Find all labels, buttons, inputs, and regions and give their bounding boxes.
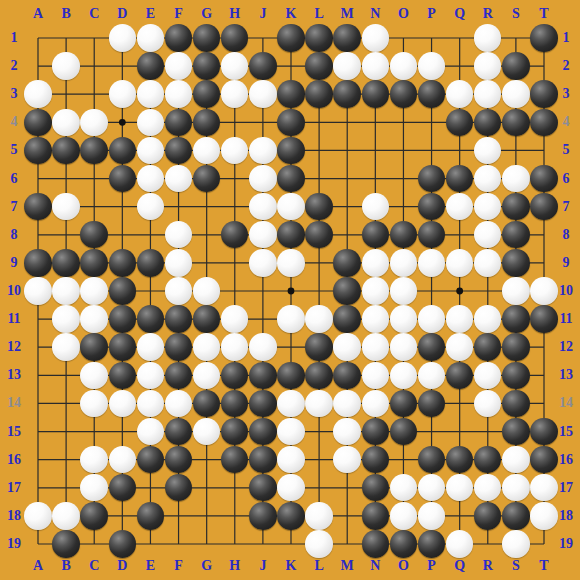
- point-K17[interactable]: [277, 474, 305, 502]
- point-R19[interactable]: [474, 530, 502, 558]
- point-B11[interactable]: [52, 305, 80, 333]
- point-O6[interactable]: [389, 164, 417, 192]
- point-A7[interactable]: [24, 193, 52, 221]
- point-N10[interactable]: [361, 277, 389, 305]
- point-N3[interactable]: [361, 80, 389, 108]
- point-L19[interactable]: [305, 530, 333, 558]
- point-C19[interactable]: [80, 530, 108, 558]
- point-G19[interactable]: [193, 530, 221, 558]
- point-H4[interactable]: [221, 108, 249, 136]
- point-G9[interactable]: [193, 249, 221, 277]
- point-O13[interactable]: [389, 361, 417, 389]
- point-Q14[interactable]: [446, 389, 474, 417]
- point-S10[interactable]: [502, 277, 530, 305]
- point-D11[interactable]: [108, 305, 136, 333]
- point-K6[interactable]: [277, 164, 305, 192]
- point-E18[interactable]: [136, 502, 164, 530]
- point-B17[interactable]: [52, 474, 80, 502]
- point-B9[interactable]: [52, 249, 80, 277]
- point-C17[interactable]: [80, 474, 108, 502]
- point-E4[interactable]: [136, 108, 164, 136]
- point-F5[interactable]: [164, 136, 192, 164]
- point-E14[interactable]: [136, 389, 164, 417]
- point-G1[interactable]: [193, 24, 221, 52]
- point-S12[interactable]: [502, 333, 530, 361]
- point-T1[interactable]: [530, 24, 558, 52]
- point-G18[interactable]: [193, 502, 221, 530]
- point-L1[interactable]: [305, 24, 333, 52]
- point-D2[interactable]: [108, 52, 136, 80]
- point-L3[interactable]: [305, 80, 333, 108]
- point-C16[interactable]: [80, 446, 108, 474]
- point-K19[interactable]: [277, 530, 305, 558]
- point-Q2[interactable]: [446, 52, 474, 80]
- point-M2[interactable]: [333, 52, 361, 80]
- point-L7[interactable]: [305, 193, 333, 221]
- point-T11[interactable]: [530, 305, 558, 333]
- point-P1[interactable]: [417, 24, 445, 52]
- point-T8[interactable]: [530, 221, 558, 249]
- point-R11[interactable]: [474, 305, 502, 333]
- point-C10[interactable]: [80, 277, 108, 305]
- point-K5[interactable]: [277, 136, 305, 164]
- point-K8[interactable]: [277, 221, 305, 249]
- point-D1[interactable]: [108, 24, 136, 52]
- point-N13[interactable]: [361, 361, 389, 389]
- point-P6[interactable]: [417, 164, 445, 192]
- point-P10[interactable]: [417, 277, 445, 305]
- point-T10[interactable]: [530, 277, 558, 305]
- point-Q1[interactable]: [446, 24, 474, 52]
- point-K3[interactable]: [277, 80, 305, 108]
- point-F3[interactable]: [164, 80, 192, 108]
- point-H6[interactable]: [221, 164, 249, 192]
- point-C5[interactable]: [80, 136, 108, 164]
- point-E15[interactable]: [136, 417, 164, 445]
- point-H11[interactable]: [221, 305, 249, 333]
- point-H3[interactable]: [221, 80, 249, 108]
- point-J2[interactable]: [249, 52, 277, 80]
- point-J6[interactable]: [249, 164, 277, 192]
- point-Q3[interactable]: [446, 80, 474, 108]
- point-D4[interactable]: [108, 108, 136, 136]
- point-Q8[interactable]: [446, 221, 474, 249]
- point-R12[interactable]: [474, 333, 502, 361]
- point-G2[interactable]: [193, 52, 221, 80]
- point-M12[interactable]: [333, 333, 361, 361]
- point-G16[interactable]: [193, 446, 221, 474]
- point-J12[interactable]: [249, 333, 277, 361]
- point-R18[interactable]: [474, 502, 502, 530]
- point-G5[interactable]: [193, 136, 221, 164]
- point-G7[interactable]: [193, 193, 221, 221]
- point-F9[interactable]: [164, 249, 192, 277]
- point-P17[interactable]: [417, 474, 445, 502]
- point-B19[interactable]: [52, 530, 80, 558]
- point-K15[interactable]: [277, 417, 305, 445]
- point-A16[interactable]: [24, 446, 52, 474]
- point-G17[interactable]: [193, 474, 221, 502]
- point-J18[interactable]: [249, 502, 277, 530]
- point-R10[interactable]: [474, 277, 502, 305]
- point-Q10[interactable]: [446, 277, 474, 305]
- point-E1[interactable]: [136, 24, 164, 52]
- point-A1[interactable]: [24, 24, 52, 52]
- point-C3[interactable]: [80, 80, 108, 108]
- point-T13[interactable]: [530, 361, 558, 389]
- point-N6[interactable]: [361, 164, 389, 192]
- point-Q6[interactable]: [446, 164, 474, 192]
- point-G3[interactable]: [193, 80, 221, 108]
- point-L2[interactable]: [305, 52, 333, 80]
- point-S9[interactable]: [502, 249, 530, 277]
- point-L6[interactable]: [305, 164, 333, 192]
- point-K13[interactable]: [277, 361, 305, 389]
- point-E10[interactable]: [136, 277, 164, 305]
- point-D17[interactable]: [108, 474, 136, 502]
- point-O12[interactable]: [389, 333, 417, 361]
- point-B2[interactable]: [52, 52, 80, 80]
- point-O14[interactable]: [389, 389, 417, 417]
- point-G8[interactable]: [193, 221, 221, 249]
- point-K1[interactable]: [277, 24, 305, 52]
- point-D5[interactable]: [108, 136, 136, 164]
- point-A4[interactable]: [24, 108, 52, 136]
- point-A3[interactable]: [24, 80, 52, 108]
- point-M10[interactable]: [333, 277, 361, 305]
- point-P16[interactable]: [417, 446, 445, 474]
- point-C11[interactable]: [80, 305, 108, 333]
- point-H7[interactable]: [221, 193, 249, 221]
- point-J4[interactable]: [249, 108, 277, 136]
- point-D10[interactable]: [108, 277, 136, 305]
- point-L9[interactable]: [305, 249, 333, 277]
- point-S13[interactable]: [502, 361, 530, 389]
- point-P8[interactable]: [417, 221, 445, 249]
- point-M1[interactable]: [333, 24, 361, 52]
- point-D3[interactable]: [108, 80, 136, 108]
- point-G14[interactable]: [193, 389, 221, 417]
- point-H18[interactable]: [221, 502, 249, 530]
- point-E2[interactable]: [136, 52, 164, 80]
- point-Q18[interactable]: [446, 502, 474, 530]
- point-G15[interactable]: [193, 417, 221, 445]
- point-F15[interactable]: [164, 417, 192, 445]
- point-M8[interactable]: [333, 221, 361, 249]
- point-A6[interactable]: [24, 164, 52, 192]
- point-S16[interactable]: [502, 446, 530, 474]
- point-E19[interactable]: [136, 530, 164, 558]
- point-P13[interactable]: [417, 361, 445, 389]
- point-L16[interactable]: [305, 446, 333, 474]
- point-C6[interactable]: [80, 164, 108, 192]
- point-E6[interactable]: [136, 164, 164, 192]
- point-H17[interactable]: [221, 474, 249, 502]
- point-J3[interactable]: [249, 80, 277, 108]
- point-F11[interactable]: [164, 305, 192, 333]
- point-Q9[interactable]: [446, 249, 474, 277]
- point-C18[interactable]: [80, 502, 108, 530]
- point-T4[interactable]: [530, 108, 558, 136]
- point-B3[interactable]: [52, 80, 80, 108]
- point-D8[interactable]: [108, 221, 136, 249]
- point-S3[interactable]: [502, 80, 530, 108]
- point-G4[interactable]: [193, 108, 221, 136]
- point-P18[interactable]: [417, 502, 445, 530]
- point-B14[interactable]: [52, 389, 80, 417]
- point-J11[interactable]: [249, 305, 277, 333]
- point-A8[interactable]: [24, 221, 52, 249]
- point-F7[interactable]: [164, 193, 192, 221]
- point-N2[interactable]: [361, 52, 389, 80]
- point-P15[interactable]: [417, 417, 445, 445]
- point-B13[interactable]: [52, 361, 80, 389]
- point-S17[interactable]: [502, 474, 530, 502]
- point-K7[interactable]: [277, 193, 305, 221]
- point-D19[interactable]: [108, 530, 136, 558]
- point-T19[interactable]: [530, 530, 558, 558]
- point-A5[interactable]: [24, 136, 52, 164]
- point-Q13[interactable]: [446, 361, 474, 389]
- point-A2[interactable]: [24, 52, 52, 80]
- point-P4[interactable]: [417, 108, 445, 136]
- point-H1[interactable]: [221, 24, 249, 52]
- point-K9[interactable]: [277, 249, 305, 277]
- point-K16[interactable]: [277, 446, 305, 474]
- point-N19[interactable]: [361, 530, 389, 558]
- point-E17[interactable]: [136, 474, 164, 502]
- point-G11[interactable]: [193, 305, 221, 333]
- point-F16[interactable]: [164, 446, 192, 474]
- point-T9[interactable]: [530, 249, 558, 277]
- point-H15[interactable]: [221, 417, 249, 445]
- point-N18[interactable]: [361, 502, 389, 530]
- point-T2[interactable]: [530, 52, 558, 80]
- point-C7[interactable]: [80, 193, 108, 221]
- point-P3[interactable]: [417, 80, 445, 108]
- point-O18[interactable]: [389, 502, 417, 530]
- point-L17[interactable]: [305, 474, 333, 502]
- point-D13[interactable]: [108, 361, 136, 389]
- point-T12[interactable]: [530, 333, 558, 361]
- point-J14[interactable]: [249, 389, 277, 417]
- point-A15[interactable]: [24, 417, 52, 445]
- point-K14[interactable]: [277, 389, 305, 417]
- point-J13[interactable]: [249, 361, 277, 389]
- point-T18[interactable]: [530, 502, 558, 530]
- point-L8[interactable]: [305, 221, 333, 249]
- point-P12[interactable]: [417, 333, 445, 361]
- point-R17[interactable]: [474, 474, 502, 502]
- point-A14[interactable]: [24, 389, 52, 417]
- point-T15[interactable]: [530, 417, 558, 445]
- point-M14[interactable]: [333, 389, 361, 417]
- point-P7[interactable]: [417, 193, 445, 221]
- point-M17[interactable]: [333, 474, 361, 502]
- point-R9[interactable]: [474, 249, 502, 277]
- point-O19[interactable]: [389, 530, 417, 558]
- point-B1[interactable]: [52, 24, 80, 52]
- point-C12[interactable]: [80, 333, 108, 361]
- point-F17[interactable]: [164, 474, 192, 502]
- point-M11[interactable]: [333, 305, 361, 333]
- point-E12[interactable]: [136, 333, 164, 361]
- point-O16[interactable]: [389, 446, 417, 474]
- point-L14[interactable]: [305, 389, 333, 417]
- point-C9[interactable]: [80, 249, 108, 277]
- point-S7[interactable]: [502, 193, 530, 221]
- point-A10[interactable]: [24, 277, 52, 305]
- point-D18[interactable]: [108, 502, 136, 530]
- point-H2[interactable]: [221, 52, 249, 80]
- point-G12[interactable]: [193, 333, 221, 361]
- point-K12[interactable]: [277, 333, 305, 361]
- point-M5[interactable]: [333, 136, 361, 164]
- point-C15[interactable]: [80, 417, 108, 445]
- point-O3[interactable]: [389, 80, 417, 108]
- point-O7[interactable]: [389, 193, 417, 221]
- point-F10[interactable]: [164, 277, 192, 305]
- point-Q4[interactable]: [446, 108, 474, 136]
- point-D14[interactable]: [108, 389, 136, 417]
- point-H12[interactable]: [221, 333, 249, 361]
- point-E16[interactable]: [136, 446, 164, 474]
- point-K18[interactable]: [277, 502, 305, 530]
- point-F4[interactable]: [164, 108, 192, 136]
- point-D16[interactable]: [108, 446, 136, 474]
- point-S11[interactable]: [502, 305, 530, 333]
- point-A18[interactable]: [24, 502, 52, 530]
- point-B16[interactable]: [52, 446, 80, 474]
- point-A13[interactable]: [24, 361, 52, 389]
- point-M4[interactable]: [333, 108, 361, 136]
- point-L10[interactable]: [305, 277, 333, 305]
- point-N7[interactable]: [361, 193, 389, 221]
- point-R1[interactable]: [474, 24, 502, 52]
- point-Q15[interactable]: [446, 417, 474, 445]
- point-R15[interactable]: [474, 417, 502, 445]
- point-O10[interactable]: [389, 277, 417, 305]
- point-L4[interactable]: [305, 108, 333, 136]
- point-C14[interactable]: [80, 389, 108, 417]
- point-N1[interactable]: [361, 24, 389, 52]
- point-D9[interactable]: [108, 249, 136, 277]
- point-Q17[interactable]: [446, 474, 474, 502]
- point-B15[interactable]: [52, 417, 80, 445]
- point-O4[interactable]: [389, 108, 417, 136]
- point-H10[interactable]: [221, 277, 249, 305]
- point-J15[interactable]: [249, 417, 277, 445]
- point-H5[interactable]: [221, 136, 249, 164]
- point-F14[interactable]: [164, 389, 192, 417]
- point-J9[interactable]: [249, 249, 277, 277]
- point-F18[interactable]: [164, 502, 192, 530]
- point-H9[interactable]: [221, 249, 249, 277]
- point-M16[interactable]: [333, 446, 361, 474]
- point-L11[interactable]: [305, 305, 333, 333]
- point-J17[interactable]: [249, 474, 277, 502]
- point-F13[interactable]: [164, 361, 192, 389]
- point-C1[interactable]: [80, 24, 108, 52]
- point-T17[interactable]: [530, 474, 558, 502]
- point-N11[interactable]: [361, 305, 389, 333]
- point-S18[interactable]: [502, 502, 530, 530]
- point-H13[interactable]: [221, 361, 249, 389]
- point-J19[interactable]: [249, 530, 277, 558]
- point-A19[interactable]: [24, 530, 52, 558]
- point-T7[interactable]: [530, 193, 558, 221]
- point-E9[interactable]: [136, 249, 164, 277]
- point-F6[interactable]: [164, 164, 192, 192]
- point-R6[interactable]: [474, 164, 502, 192]
- point-G13[interactable]: [193, 361, 221, 389]
- point-P5[interactable]: [417, 136, 445, 164]
- point-T16[interactable]: [530, 446, 558, 474]
- point-O5[interactable]: [389, 136, 417, 164]
- point-S6[interactable]: [502, 164, 530, 192]
- point-F12[interactable]: [164, 333, 192, 361]
- point-G10[interactable]: [193, 277, 221, 305]
- point-S1[interactable]: [502, 24, 530, 52]
- point-S5[interactable]: [502, 136, 530, 164]
- point-R5[interactable]: [474, 136, 502, 164]
- point-L5[interactable]: [305, 136, 333, 164]
- point-J7[interactable]: [249, 193, 277, 221]
- point-F2[interactable]: [164, 52, 192, 80]
- point-S19[interactable]: [502, 530, 530, 558]
- point-M13[interactable]: [333, 361, 361, 389]
- point-N12[interactable]: [361, 333, 389, 361]
- point-B6[interactable]: [52, 164, 80, 192]
- point-E5[interactable]: [136, 136, 164, 164]
- point-N9[interactable]: [361, 249, 389, 277]
- point-K4[interactable]: [277, 108, 305, 136]
- point-A11[interactable]: [24, 305, 52, 333]
- point-N14[interactable]: [361, 389, 389, 417]
- point-O11[interactable]: [389, 305, 417, 333]
- point-M18[interactable]: [333, 502, 361, 530]
- point-D12[interactable]: [108, 333, 136, 361]
- point-C2[interactable]: [80, 52, 108, 80]
- point-A17[interactable]: [24, 474, 52, 502]
- point-N16[interactable]: [361, 446, 389, 474]
- point-F8[interactable]: [164, 221, 192, 249]
- point-E13[interactable]: [136, 361, 164, 389]
- point-L15[interactable]: [305, 417, 333, 445]
- point-G6[interactable]: [193, 164, 221, 192]
- point-S14[interactable]: [502, 389, 530, 417]
- point-T6[interactable]: [530, 164, 558, 192]
- point-E11[interactable]: [136, 305, 164, 333]
- point-C4[interactable]: [80, 108, 108, 136]
- point-B10[interactable]: [52, 277, 80, 305]
- point-O17[interactable]: [389, 474, 417, 502]
- point-B8[interactable]: [52, 221, 80, 249]
- point-A12[interactable]: [24, 333, 52, 361]
- point-B7[interactable]: [52, 193, 80, 221]
- point-N5[interactable]: [361, 136, 389, 164]
- point-T14[interactable]: [530, 389, 558, 417]
- point-B18[interactable]: [52, 502, 80, 530]
- point-M3[interactable]: [333, 80, 361, 108]
- point-H8[interactable]: [221, 221, 249, 249]
- point-P19[interactable]: [417, 530, 445, 558]
- point-M7[interactable]: [333, 193, 361, 221]
- point-F19[interactable]: [164, 530, 192, 558]
- point-O1[interactable]: [389, 24, 417, 52]
- point-R2[interactable]: [474, 52, 502, 80]
- point-Q11[interactable]: [446, 305, 474, 333]
